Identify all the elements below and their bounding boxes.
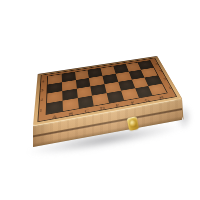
rank-label-left-1: 1 [39, 107, 42, 112]
file-label-c: C [84, 107, 89, 115]
brass-clasp [125, 115, 143, 134]
rank-label-left-2: 2 [40, 97, 43, 102]
photo-stage: A B C D E F G H 4 3 2 1 4 3 2 1 [0, 0, 200, 200]
file-label-b: B [68, 110, 73, 119]
rank-label-left-3: 3 [41, 88, 44, 92]
rank-label-left-4: 4 [41, 79, 44, 83]
file-label-a: A [52, 113, 57, 122]
